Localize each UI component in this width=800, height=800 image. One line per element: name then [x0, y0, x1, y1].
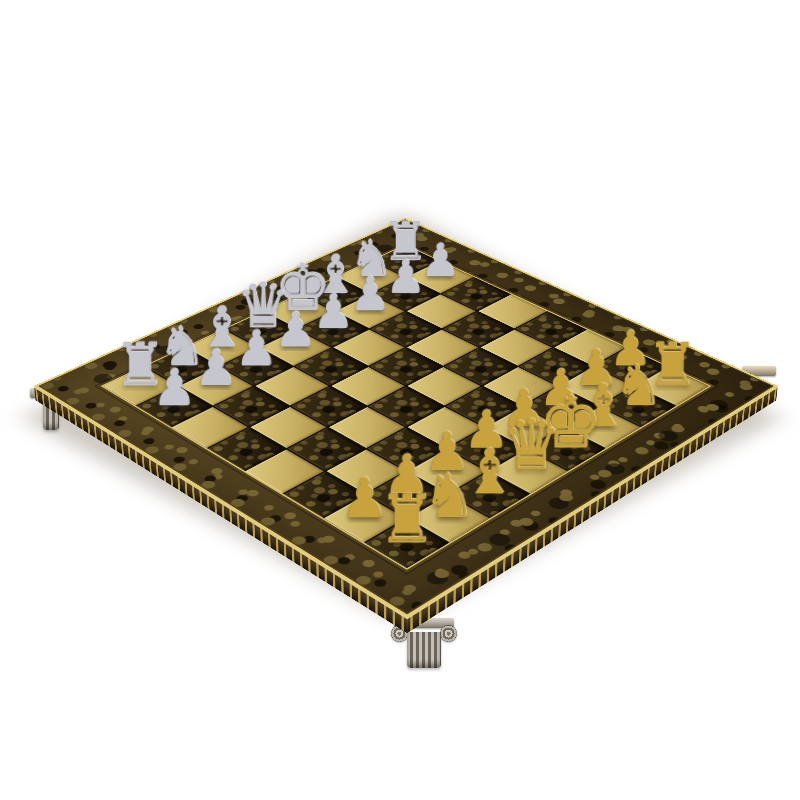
chess-board: ♜♞♝♛♚♝♞♜♟♟♟♟♟♟♟♟♟♟♟♟♟♟♟♟♜♞♝♛♚♝♞♜	[34, 218, 778, 618]
white-rook-a1[interactable]: ♜	[378, 486, 436, 553]
square-d5[interactable]	[331, 367, 404, 405]
board-tilt-group: ♜♞♝♛♚♝♞♜♟♟♟♟♟♟♟♟♟♟♟♟♟♟♟♟♜♞♝♛♚♝♞♜	[34, 218, 778, 618]
board-grid: ♜♞♝♛♚♝♞♜♟♟♟♟♟♟♟♟♟♟♟♟♟♟♟♟♜♞♝♛♚♝♞♜	[103, 245, 709, 568]
chess-set-product-photo: ♜♞♝♛♚♝♞♜♟♟♟♟♟♟♟♟♟♟♟♟♟♟♟♟♜♞♝♛♚♝♞♜	[0, 0, 800, 800]
black-pawn-a7[interactable]: ♟	[148, 363, 201, 413]
scene-3d: ♜♞♝♛♚♝♞♜♟♟♟♟♟♟♟♟♟♟♟♟♟♟♟♟♜♞♝♛♚♝♞♜	[0, 0, 800, 800]
square-a1[interactable]: ♜	[365, 519, 448, 568]
